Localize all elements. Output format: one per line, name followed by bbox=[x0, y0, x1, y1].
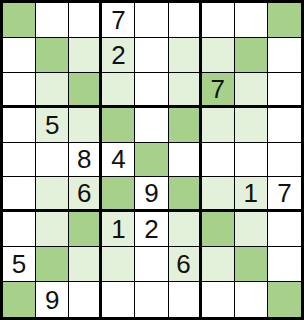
sudoku-cell-r6c6[interactable] bbox=[202, 212, 235, 247]
sudoku-cell-r1c0[interactable] bbox=[3, 38, 36, 73]
sudoku-cell-r2c7[interactable] bbox=[235, 73, 268, 108]
sudoku-cell-r3c7[interactable] bbox=[235, 108, 268, 143]
sudoku-cell-r4c8[interactable] bbox=[268, 143, 301, 178]
sudoku-cell-r8c5[interactable] bbox=[169, 282, 202, 317]
sudoku-cell-r2c4[interactable] bbox=[135, 73, 168, 108]
sudoku-cell-r6c0[interactable] bbox=[3, 212, 36, 247]
sudoku-cell-r4c4[interactable] bbox=[135, 143, 168, 178]
sudoku-cell-r3c1[interactable]: 5 bbox=[36, 108, 69, 143]
sudoku-cell-r0c4[interactable] bbox=[135, 3, 168, 38]
sudoku-cell-r0c0[interactable] bbox=[3, 3, 36, 38]
sudoku-cell-r1c1[interactable] bbox=[36, 38, 69, 73]
sudoku-cell-r0c3[interactable]: 7 bbox=[102, 3, 135, 38]
sudoku-cell-r5c2[interactable]: 6 bbox=[69, 177, 102, 212]
sudoku-cell-r3c4[interactable] bbox=[135, 108, 168, 143]
sudoku-cell-r6c2[interactable] bbox=[69, 212, 102, 247]
sudoku-cell-r8c0[interactable] bbox=[3, 282, 36, 317]
sudoku-cell-r0c1[interactable] bbox=[36, 3, 69, 38]
sudoku-cell-r0c6[interactable] bbox=[202, 3, 235, 38]
sudoku-cell-r4c0[interactable] bbox=[3, 143, 36, 178]
sudoku-cell-r0c5[interactable] bbox=[169, 3, 202, 38]
sudoku-cell-r2c0[interactable] bbox=[3, 73, 36, 108]
sudoku-cell-r7c1[interactable] bbox=[36, 247, 69, 282]
sudoku-cell-r8c2[interactable] bbox=[69, 282, 102, 317]
sudoku-cell-r4c2[interactable]: 8 bbox=[69, 143, 102, 178]
sudoku-cell-r3c2[interactable] bbox=[69, 108, 102, 143]
sudoku-cell-r8c4[interactable] bbox=[135, 282, 168, 317]
sudoku-cell-r7c0[interactable]: 5 bbox=[3, 247, 36, 282]
sudoku-cell-r1c6[interactable] bbox=[202, 38, 235, 73]
sudoku-cell-r4c3[interactable]: 4 bbox=[102, 143, 135, 178]
sudoku-cell-r5c1[interactable] bbox=[36, 177, 69, 212]
sudoku-cell-r2c8[interactable] bbox=[268, 73, 301, 108]
sudoku-cell-r7c4[interactable] bbox=[135, 247, 168, 282]
sudoku-cell-r7c2[interactable] bbox=[69, 247, 102, 282]
sudoku-cell-r0c8[interactable] bbox=[268, 3, 301, 38]
sudoku-cell-r5c8[interactable]: 7 bbox=[268, 177, 301, 212]
sudoku-cell-r1c4[interactable] bbox=[135, 38, 168, 73]
sudoku-cell-r8c8[interactable] bbox=[268, 282, 301, 317]
sudoku-cell-r8c1[interactable]: 9 bbox=[36, 282, 69, 317]
sudoku-cell-r1c5[interactable] bbox=[169, 38, 202, 73]
sudoku-cell-r3c0[interactable] bbox=[3, 108, 36, 143]
sudoku-cell-r2c3[interactable] bbox=[102, 73, 135, 108]
sudoku-cell-r5c6[interactable] bbox=[202, 177, 235, 212]
sudoku-cell-r1c3[interactable]: 2 bbox=[102, 38, 135, 73]
sudoku-cell-r6c7[interactable] bbox=[235, 212, 268, 247]
sudoku-cell-r7c5[interactable]: 6 bbox=[169, 247, 202, 282]
sudoku-cell-r4c7[interactable] bbox=[235, 143, 268, 178]
sudoku-cell-r8c7[interactable] bbox=[235, 282, 268, 317]
sudoku-cell-r7c3[interactable] bbox=[102, 247, 135, 282]
sudoku-cell-r2c5[interactable] bbox=[169, 73, 202, 108]
sudoku-cell-r2c2[interactable] bbox=[69, 73, 102, 108]
sudoku-cell-r7c6[interactable] bbox=[202, 247, 235, 282]
sudoku-cell-r1c8[interactable] bbox=[268, 38, 301, 73]
sudoku-cell-r0c7[interactable] bbox=[235, 3, 268, 38]
sudoku-cell-r3c6[interactable] bbox=[202, 108, 235, 143]
sudoku-cell-r6c1[interactable] bbox=[36, 212, 69, 247]
sudoku-cell-r5c7[interactable]: 1 bbox=[235, 177, 268, 212]
sudoku-cell-r2c1[interactable] bbox=[36, 73, 69, 108]
sudoku-cell-r6c3[interactable]: 1 bbox=[102, 212, 135, 247]
sudoku-cell-r7c7[interactable] bbox=[235, 247, 268, 282]
sudoku-cell-r0c2[interactable] bbox=[69, 3, 102, 38]
sudoku-cell-r5c5[interactable] bbox=[169, 177, 202, 212]
sudoku-cell-r3c5[interactable] bbox=[169, 108, 202, 143]
sudoku-cell-r6c8[interactable] bbox=[268, 212, 301, 247]
sudoku-cell-r6c5[interactable] bbox=[169, 212, 202, 247]
sudoku-cell-r3c3[interactable] bbox=[102, 108, 135, 143]
sudoku-cell-r8c6[interactable] bbox=[202, 282, 235, 317]
sudoku-cell-r8c3[interactable] bbox=[102, 282, 135, 317]
sudoku-cell-r7c8[interactable] bbox=[268, 247, 301, 282]
sudoku-cell-r1c7[interactable] bbox=[235, 38, 268, 73]
sudoku-cell-r2c6[interactable]: 7 bbox=[202, 73, 235, 108]
sudoku-cell-r5c4[interactable]: 9 bbox=[135, 177, 168, 212]
sudoku-cell-r1c2[interactable] bbox=[69, 38, 102, 73]
sudoku-cell-r4c6[interactable] bbox=[202, 143, 235, 178]
sudoku-cell-r4c5[interactable] bbox=[169, 143, 202, 178]
sudoku-cell-r6c4[interactable]: 2 bbox=[135, 212, 168, 247]
sudoku-cell-r3c8[interactable] bbox=[268, 108, 301, 143]
sudoku-cell-r5c3[interactable] bbox=[102, 177, 135, 212]
sudoku-cell-r4c1[interactable] bbox=[36, 143, 69, 178]
sudoku-board: 727584691712569 bbox=[0, 0, 304, 320]
sudoku-cell-r5c0[interactable] bbox=[3, 177, 36, 212]
